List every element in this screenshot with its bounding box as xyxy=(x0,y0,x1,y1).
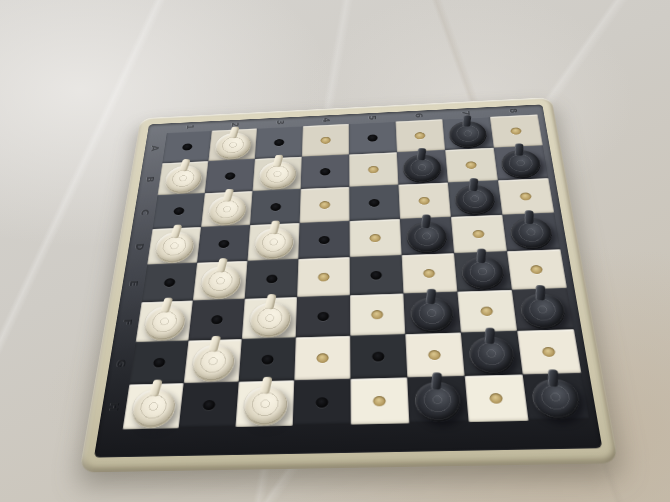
peg-hole xyxy=(489,393,503,404)
square-D2[interactable] xyxy=(197,225,250,263)
square-A7[interactable] xyxy=(442,117,493,150)
square-C3[interactable] xyxy=(250,189,301,225)
peg-hole xyxy=(218,239,230,248)
peg-stem xyxy=(469,178,478,191)
peg-hole xyxy=(373,395,386,406)
peg-hole xyxy=(316,397,329,408)
square-E5[interactable] xyxy=(350,255,404,295)
travel-case: 12345678 ABCDEFGH xyxy=(79,97,619,472)
square-E6[interactable] xyxy=(402,253,458,293)
peg-hole xyxy=(465,161,476,169)
square-B6[interactable] xyxy=(397,150,448,185)
peg-hole xyxy=(423,268,435,277)
square-C5[interactable] xyxy=(349,185,400,221)
peg-hole xyxy=(428,350,441,360)
square-E3[interactable] xyxy=(245,259,299,299)
peg-stem xyxy=(514,143,523,156)
square-F8[interactable] xyxy=(512,288,574,331)
peg-hole xyxy=(370,233,381,242)
black-peg[interactable] xyxy=(500,149,543,179)
scene: 12345678 ABCDEFGH xyxy=(0,0,670,502)
peg-stem xyxy=(547,369,557,387)
square-C2[interactable] xyxy=(201,191,252,227)
black-peg[interactable] xyxy=(530,378,583,420)
peg-hole xyxy=(320,136,330,143)
square-F6[interactable] xyxy=(403,292,461,334)
peg-hole xyxy=(211,315,223,324)
square-G4[interactable] xyxy=(294,336,350,380)
white-peg[interactable] xyxy=(248,302,292,338)
square-B8[interactable] xyxy=(494,145,549,180)
black-peg[interactable] xyxy=(508,217,554,250)
peg-hole xyxy=(164,278,176,287)
board-grid xyxy=(123,114,590,429)
peg-hole xyxy=(368,165,379,173)
peg-hole xyxy=(182,143,193,150)
peg-stem xyxy=(484,327,494,344)
white-peg[interactable] xyxy=(199,265,242,299)
white-peg[interactable] xyxy=(153,231,196,264)
white-peg[interactable] xyxy=(163,165,203,195)
peg-hole xyxy=(153,357,166,367)
square-G7[interactable] xyxy=(461,331,523,376)
white-peg[interactable] xyxy=(129,388,177,428)
square-H3[interactable] xyxy=(235,380,294,427)
square-D5[interactable] xyxy=(350,219,402,257)
white-peg[interactable] xyxy=(258,160,297,190)
square-D6[interactable] xyxy=(400,217,454,255)
checkers-board: 12345678 ABCDEFGH xyxy=(94,104,603,457)
peg-hole xyxy=(173,207,184,215)
square-B4[interactable] xyxy=(301,154,350,188)
square-G3[interactable] xyxy=(239,337,296,381)
peg-stem xyxy=(431,372,442,390)
square-A4[interactable] xyxy=(302,124,349,157)
peg-hole xyxy=(372,351,384,361)
square-H2[interactable] xyxy=(179,382,239,429)
square-F5[interactable] xyxy=(350,293,405,335)
square-A2[interactable] xyxy=(208,128,257,161)
peg-hole xyxy=(317,311,329,321)
square-F2[interactable] xyxy=(188,299,244,341)
peg-hole xyxy=(415,132,426,139)
square-H6[interactable] xyxy=(407,376,468,424)
square-E4[interactable] xyxy=(297,257,350,297)
peg-hole xyxy=(367,134,377,141)
square-C1[interactable] xyxy=(152,193,204,229)
white-peg[interactable] xyxy=(141,305,186,341)
square-D3[interactable] xyxy=(247,223,299,261)
peg-hole xyxy=(203,399,216,410)
peg-stem xyxy=(416,148,425,160)
peg-hole xyxy=(318,272,329,281)
peg-hole xyxy=(225,172,236,180)
square-H8[interactable] xyxy=(523,373,590,421)
black-peg[interactable] xyxy=(518,293,567,330)
peg-hole xyxy=(317,353,329,363)
peg-hole xyxy=(266,274,278,283)
square-H4[interactable] xyxy=(293,379,351,426)
white-peg[interactable] xyxy=(253,227,294,260)
black-peg[interactable] xyxy=(414,381,462,422)
peg-hole xyxy=(530,265,543,274)
white-peg[interactable] xyxy=(213,132,251,160)
square-D7[interactable] xyxy=(451,215,507,253)
peg-hole xyxy=(261,354,273,364)
square-H7[interactable] xyxy=(465,374,529,422)
square-G5[interactable] xyxy=(350,334,407,379)
peg-hole xyxy=(480,306,493,316)
black-peg[interactable] xyxy=(467,336,516,375)
white-peg[interactable] xyxy=(206,195,247,226)
peg-hole xyxy=(520,192,532,200)
black-peg[interactable] xyxy=(406,221,449,254)
square-A5[interactable] xyxy=(349,121,397,154)
white-peg[interactable] xyxy=(242,385,288,426)
peg-hole xyxy=(369,198,380,206)
square-D4[interactable] xyxy=(298,221,349,259)
peg-hole xyxy=(319,201,330,209)
square-B1[interactable] xyxy=(158,161,209,195)
square-E7[interactable] xyxy=(454,251,512,291)
peg-hole xyxy=(419,196,430,204)
peg-hole xyxy=(371,310,383,320)
square-G1[interactable] xyxy=(129,341,188,385)
peg-hole xyxy=(510,127,522,135)
square-F7[interactable] xyxy=(457,290,517,333)
peg-hole xyxy=(370,270,382,279)
black-peg[interactable] xyxy=(454,184,497,216)
peg-stem xyxy=(524,210,533,224)
peg-stem xyxy=(535,285,545,301)
black-peg[interactable] xyxy=(448,120,489,149)
peg-hole xyxy=(270,203,281,211)
marble-table: 12345678 ABCDEFGH xyxy=(0,0,670,502)
peg-stem xyxy=(476,248,486,263)
square-E1[interactable] xyxy=(142,263,198,303)
square-G2[interactable] xyxy=(184,339,242,383)
white-peg[interactable] xyxy=(190,344,236,382)
square-E8[interactable] xyxy=(507,249,567,290)
peg-hole xyxy=(274,139,284,146)
black-peg[interactable] xyxy=(460,256,506,291)
square-B5[interactable] xyxy=(349,152,398,187)
square-F3[interactable] xyxy=(242,297,297,339)
square-H1[interactable] xyxy=(123,383,184,429)
peg-hole xyxy=(319,235,330,244)
peg-hole xyxy=(542,346,556,356)
square-E2[interactable] xyxy=(193,261,248,301)
peg-hole xyxy=(320,168,330,176)
square-H5[interactable] xyxy=(350,377,409,424)
peg-stem xyxy=(421,214,431,228)
peg-hole xyxy=(472,229,484,238)
square-C8[interactable] xyxy=(498,178,554,215)
square-G8[interactable] xyxy=(517,329,581,374)
square-D1[interactable] xyxy=(147,227,201,265)
square-G6[interactable] xyxy=(405,332,464,377)
black-peg[interactable] xyxy=(409,296,454,333)
black-peg[interactable] xyxy=(402,154,442,184)
square-C7[interactable] xyxy=(448,180,502,217)
peg-stem xyxy=(425,288,436,304)
square-C4[interactable] xyxy=(300,187,350,223)
peg-stem xyxy=(462,115,471,127)
square-F1[interactable] xyxy=(136,300,193,342)
square-B3[interactable] xyxy=(253,157,302,191)
square-D8[interactable] xyxy=(502,213,560,252)
square-F4[interactable] xyxy=(296,295,350,337)
